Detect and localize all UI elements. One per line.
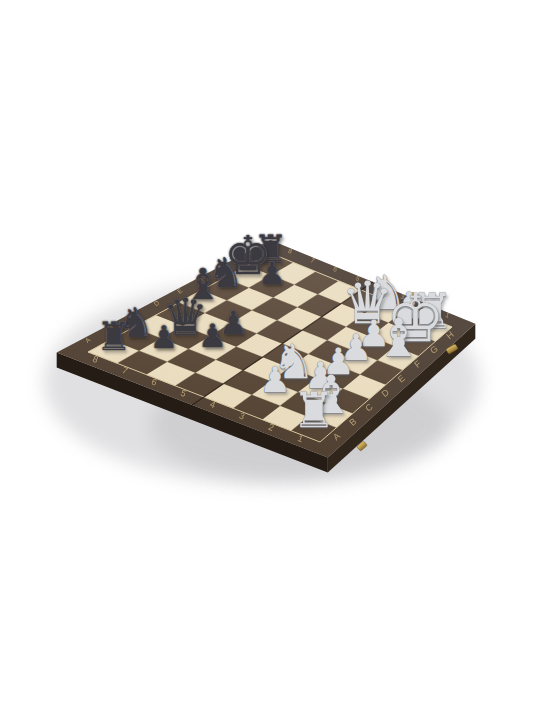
product-photo: AABBCCDDEEFFGGHH1122334455667788 ♜♚♟♞♝♞♟… bbox=[0, 0, 540, 720]
chess-board: AABBCCDDEEFFGGHH1122334455667788 bbox=[0, 0, 540, 720]
fold-hinge bbox=[406, 292, 415, 300]
